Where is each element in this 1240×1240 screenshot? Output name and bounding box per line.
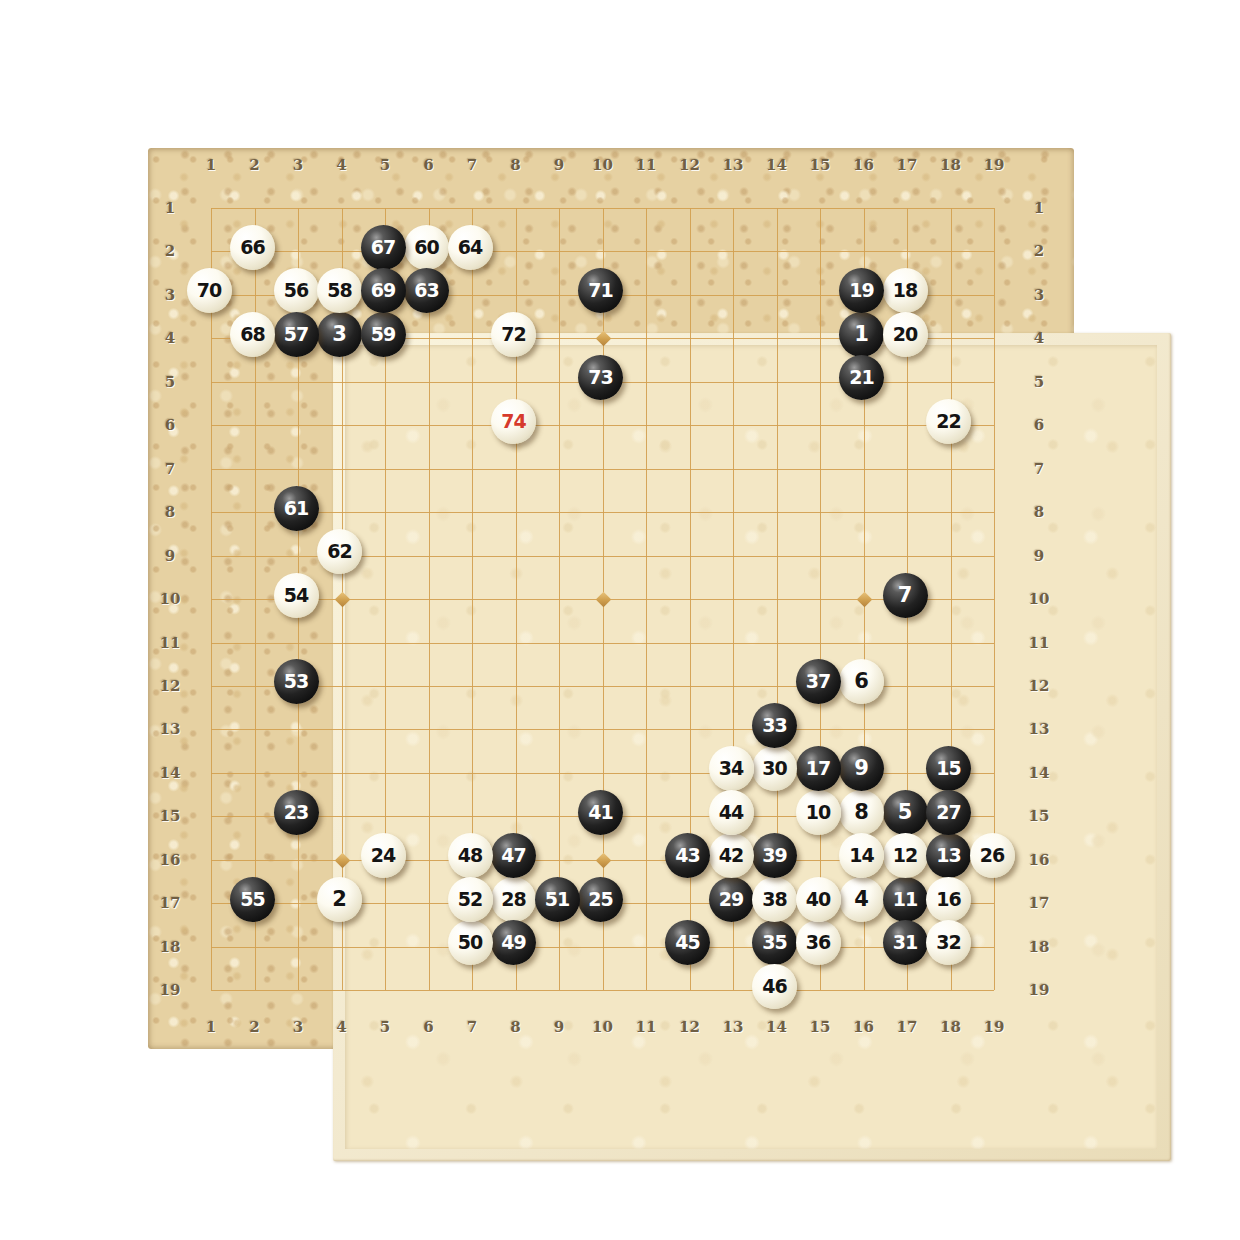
stone-number: 27 — [936, 803, 960, 822]
coord-label: 9 — [546, 1018, 572, 1036]
stone-number: 17 — [806, 759, 830, 778]
stone-white: 48 — [448, 833, 493, 878]
stone-number: 4 — [854, 889, 869, 910]
stone-number: 72 — [501, 325, 525, 344]
coord-label: 18 — [1026, 938, 1052, 956]
coord-label: 8 — [503, 1018, 529, 1036]
coord-label: 13 — [720, 1018, 746, 1036]
stone-number: 13 — [936, 846, 960, 865]
stone-black: 27 — [926, 790, 971, 835]
coord-label: 8 — [157, 503, 183, 521]
stone-number: 35 — [762, 933, 786, 952]
stone-white: 68 — [230, 312, 275, 357]
stone-white: 24 — [361, 833, 406, 878]
grid-line-horizontal — [211, 947, 994, 948]
coord-label: 15 — [157, 807, 183, 825]
stone-white: 56 — [274, 268, 319, 313]
stone-white: 66 — [230, 225, 275, 270]
coord-label: 8 — [1026, 503, 1052, 521]
stone-black: 43 — [665, 833, 710, 878]
stone-number: 40 — [806, 890, 830, 909]
stone-black: 3 — [317, 312, 362, 357]
stone-number: 58 — [327, 281, 351, 300]
stone-black: 53 — [274, 659, 319, 704]
stone-white: 70 — [187, 268, 232, 313]
stone-number: 48 — [458, 846, 482, 865]
stone-black: 49 — [491, 920, 536, 965]
coord-label: 5 — [1026, 373, 1052, 391]
coord-label: 17 — [894, 1018, 920, 1036]
stone-number: 64 — [458, 238, 482, 257]
stone-black: 63 — [404, 268, 449, 313]
stone-number: 69 — [371, 281, 395, 300]
coord-label: 7 — [157, 460, 183, 478]
coord-label: 12 — [677, 1018, 703, 1036]
stone-number: 54 — [284, 586, 308, 605]
stone-black: 59 — [361, 312, 406, 357]
stone-white: 38 — [752, 877, 797, 922]
stone-number: 67 — [371, 238, 395, 257]
coord-label: 9 — [157, 547, 183, 565]
coord-label: 3 — [1026, 286, 1052, 304]
kifu-diagram: 12345678910111213141516171819 1234567891… — [0, 0, 1240, 1240]
stone-white: 60 — [404, 225, 449, 270]
grid-line-horizontal — [211, 990, 994, 991]
stone-number: 43 — [675, 846, 699, 865]
stone-number: 26 — [980, 846, 1004, 865]
stone-number: 25 — [588, 890, 612, 909]
stone-number: 10 — [806, 803, 830, 822]
stone-black: 21 — [839, 355, 884, 400]
coord-label: 11 — [633, 156, 659, 174]
stone-white: 54 — [274, 573, 319, 618]
stone-number: 1 — [854, 324, 869, 345]
stone-black: 29 — [709, 877, 754, 922]
stone-black: 7 — [883, 573, 928, 618]
stone-number: 19 — [849, 281, 873, 300]
coord-label: 19 — [1026, 981, 1052, 999]
stone-white: 4 — [839, 877, 884, 922]
coord-label: 14 — [157, 764, 183, 782]
coord-label: 1 — [198, 156, 224, 174]
stone-number: 50 — [458, 933, 482, 952]
stone-number: 14 — [849, 846, 873, 865]
stone-number: 46 — [762, 977, 786, 996]
coord-label: 16 — [851, 1018, 877, 1036]
stone-white: 28 — [491, 877, 536, 922]
stone-white: 8 — [839, 790, 884, 835]
stone-white: 2 — [317, 877, 362, 922]
stone-white: 62 — [317, 529, 362, 574]
coord-label: 2 — [242, 156, 268, 174]
stone-white: 32 — [926, 920, 971, 965]
stone-black: 51 — [535, 877, 580, 922]
stone-number: 53 — [284, 672, 308, 691]
stone-number: 68 — [240, 325, 264, 344]
stone-black: 17 — [796, 746, 841, 791]
stone-number: 8 — [854, 802, 869, 823]
stone-number: 28 — [501, 890, 525, 909]
coord-label: 18 — [157, 938, 183, 956]
coord-label: 5 — [372, 1018, 398, 1036]
stone-black: 41 — [578, 790, 623, 835]
coord-label: 10 — [590, 156, 616, 174]
stone-number: 57 — [284, 325, 308, 344]
stone-black: 37 — [796, 659, 841, 704]
stone-white: 26 — [970, 833, 1015, 878]
coord-label: 12 — [677, 156, 703, 174]
stone-number: 38 — [762, 890, 786, 909]
stone-black: 11 — [883, 877, 928, 922]
stone-black: 57 — [274, 312, 319, 357]
stone-number: 37 — [806, 672, 830, 691]
stone-white: 22 — [926, 399, 971, 444]
coord-label: 1 — [198, 1018, 224, 1036]
stone-number: 39 — [762, 846, 786, 865]
stone-number: 15 — [936, 759, 960, 778]
coord-label: 3 — [285, 156, 311, 174]
stone-number: 21 — [849, 368, 873, 387]
stone-black: 69 — [361, 268, 406, 313]
coord-label: 15 — [1026, 807, 1052, 825]
stone-white: 36 — [796, 920, 841, 965]
stone-number: 5 — [898, 802, 913, 823]
stone-number: 60 — [414, 238, 438, 257]
coord-label: 9 — [1026, 547, 1052, 565]
stone-number: 66 — [240, 238, 264, 257]
stone-number: 2 — [332, 889, 347, 910]
stone-number: 44 — [719, 803, 743, 822]
coord-label: 13 — [157, 720, 183, 738]
coord-label: 3 — [157, 286, 183, 304]
stone-number: 56 — [284, 281, 308, 300]
stone-black: 45 — [665, 920, 710, 965]
stone-black: 33 — [752, 703, 797, 748]
coord-label: 5 — [157, 373, 183, 391]
coord-label: 18 — [938, 156, 964, 174]
coord-label: 19 — [981, 1018, 1007, 1036]
coord-label: 6 — [416, 1018, 442, 1036]
coord-label: 16 — [157, 851, 183, 869]
stone-number: 59 — [371, 325, 395, 344]
stone-black: 39 — [752, 833, 797, 878]
coord-label: 11 — [157, 634, 183, 652]
coord-label: 17 — [1026, 894, 1052, 912]
stone-number: 41 — [588, 803, 612, 822]
stone-number: 74 — [501, 412, 525, 431]
stone-number: 62 — [327, 542, 351, 561]
stone-number: 18 — [893, 281, 917, 300]
coord-label: 11 — [633, 1018, 659, 1036]
stone-black: 67 — [361, 225, 406, 270]
coord-label: 10 — [590, 1018, 616, 1036]
coord-label: 15 — [807, 156, 833, 174]
stone-white: 16 — [926, 877, 971, 922]
coord-label: 12 — [157, 677, 183, 695]
stone-number: 22 — [936, 412, 960, 431]
stone-number: 12 — [893, 846, 917, 865]
coord-label: 7 — [1026, 460, 1052, 478]
coord-label: 10 — [157, 590, 183, 608]
coord-label: 3 — [285, 1018, 311, 1036]
stone-black: 71 — [578, 268, 623, 313]
stone-white: 44 — [709, 790, 754, 835]
coord-label: 17 — [894, 156, 920, 174]
coord-label: 4 — [1026, 329, 1052, 347]
stone-number: 7 — [898, 585, 913, 606]
stone-black: 1 — [839, 312, 884, 357]
coord-label: 2 — [1026, 242, 1052, 260]
stone-black: 5 — [883, 790, 928, 835]
coord-label: 1 — [157, 199, 183, 217]
grid-line-horizontal — [211, 643, 994, 644]
stone-number: 3 — [332, 324, 347, 345]
stone-number: 55 — [240, 890, 264, 909]
stone-number: 29 — [719, 890, 743, 909]
coord-label: 14 — [764, 1018, 790, 1036]
stone-black: 35 — [752, 920, 797, 965]
stone-black: 19 — [839, 268, 884, 313]
stone-number: 73 — [588, 368, 612, 387]
stone-number: 71 — [588, 281, 612, 300]
stone-number: 9 — [854, 758, 869, 779]
stone-white: 74 — [491, 399, 536, 444]
stone-black: 73 — [578, 355, 623, 400]
coord-label: 13 — [720, 156, 746, 174]
coord-label: 15 — [807, 1018, 833, 1036]
stone-white: 40 — [796, 877, 841, 922]
coord-label: 4 — [157, 329, 183, 347]
stone-number: 49 — [501, 933, 525, 952]
stone-black: 13 — [926, 833, 971, 878]
coord-label: 5 — [372, 156, 398, 174]
stone-number: 32 — [936, 933, 960, 952]
stone-number: 63 — [414, 281, 438, 300]
stone-number: 24 — [371, 846, 395, 865]
coord-label: 8 — [503, 156, 529, 174]
coord-label: 6 — [416, 156, 442, 174]
coord-label: 19 — [157, 981, 183, 999]
stone-number: 30 — [762, 759, 786, 778]
stone-number: 34 — [719, 759, 743, 778]
stone-number: 20 — [893, 325, 917, 344]
stone-white: 64 — [448, 225, 493, 270]
stone-black: 31 — [883, 920, 928, 965]
stone-white: 50 — [448, 920, 493, 965]
stone-black: 47 — [491, 833, 536, 878]
board-frame: 12345678910111213141516171819 1234567891… — [148, 148, 1074, 1049]
coord-label: 6 — [157, 416, 183, 434]
stone-number: 16 — [936, 890, 960, 909]
coord-label: 10 — [1026, 590, 1052, 608]
stone-number: 33 — [762, 716, 786, 735]
stone-black: 55 — [230, 877, 275, 922]
coord-label: 16 — [1026, 851, 1052, 869]
stone-white: 10 — [796, 790, 841, 835]
grid-line-vertical — [820, 208, 821, 990]
stone-white: 46 — [752, 964, 797, 1009]
coord-label: 13 — [1026, 720, 1052, 738]
stone-white: 12 — [883, 833, 928, 878]
stone-black: 25 — [578, 877, 623, 922]
stone-white: 58 — [317, 268, 362, 313]
coord-label: 16 — [851, 156, 877, 174]
stone-white: 52 — [448, 877, 493, 922]
coord-label: 11 — [1026, 634, 1052, 652]
stone-number: 45 — [675, 933, 699, 952]
stone-number: 47 — [501, 846, 525, 865]
coord-label: 14 — [1026, 764, 1052, 782]
stone-number: 6 — [854, 671, 869, 692]
stone-number: 42 — [719, 846, 743, 865]
stone-white: 42 — [709, 833, 754, 878]
coord-label: 7 — [459, 156, 485, 174]
stone-black: 23 — [274, 790, 319, 835]
coord-label: 7 — [459, 1018, 485, 1036]
coord-label: 2 — [242, 1018, 268, 1036]
coord-label: 12 — [1026, 677, 1052, 695]
coord-label: 1 — [1026, 199, 1052, 217]
stone-white: 18 — [883, 268, 928, 313]
coord-label: 9 — [546, 156, 572, 174]
coord-label: 18 — [938, 1018, 964, 1036]
coord-label: 4 — [329, 156, 355, 174]
coord-label: 17 — [157, 894, 183, 912]
stone-number: 70 — [197, 281, 221, 300]
stone-number: 52 — [458, 890, 482, 909]
stone-number: 23 — [284, 803, 308, 822]
stone-number: 31 — [893, 933, 917, 952]
coord-label: 4 — [329, 1018, 355, 1036]
stone-number: 11 — [893, 890, 917, 909]
stone-number: 51 — [545, 890, 569, 909]
coord-label: 6 — [1026, 416, 1052, 434]
coord-label: 2 — [157, 242, 183, 260]
stone-number: 61 — [284, 499, 308, 518]
coord-label: 19 — [981, 156, 1007, 174]
stone-black: 61 — [274, 486, 319, 531]
grid-line-horizontal — [211, 729, 994, 730]
stone-white: 72 — [491, 312, 536, 357]
stone-white: 14 — [839, 833, 884, 878]
stone-number: 36 — [806, 933, 830, 952]
stone-white: 20 — [883, 312, 928, 357]
stone-white: 34 — [709, 746, 754, 791]
coord-label: 14 — [764, 156, 790, 174]
grid-line-vertical — [646, 208, 647, 990]
